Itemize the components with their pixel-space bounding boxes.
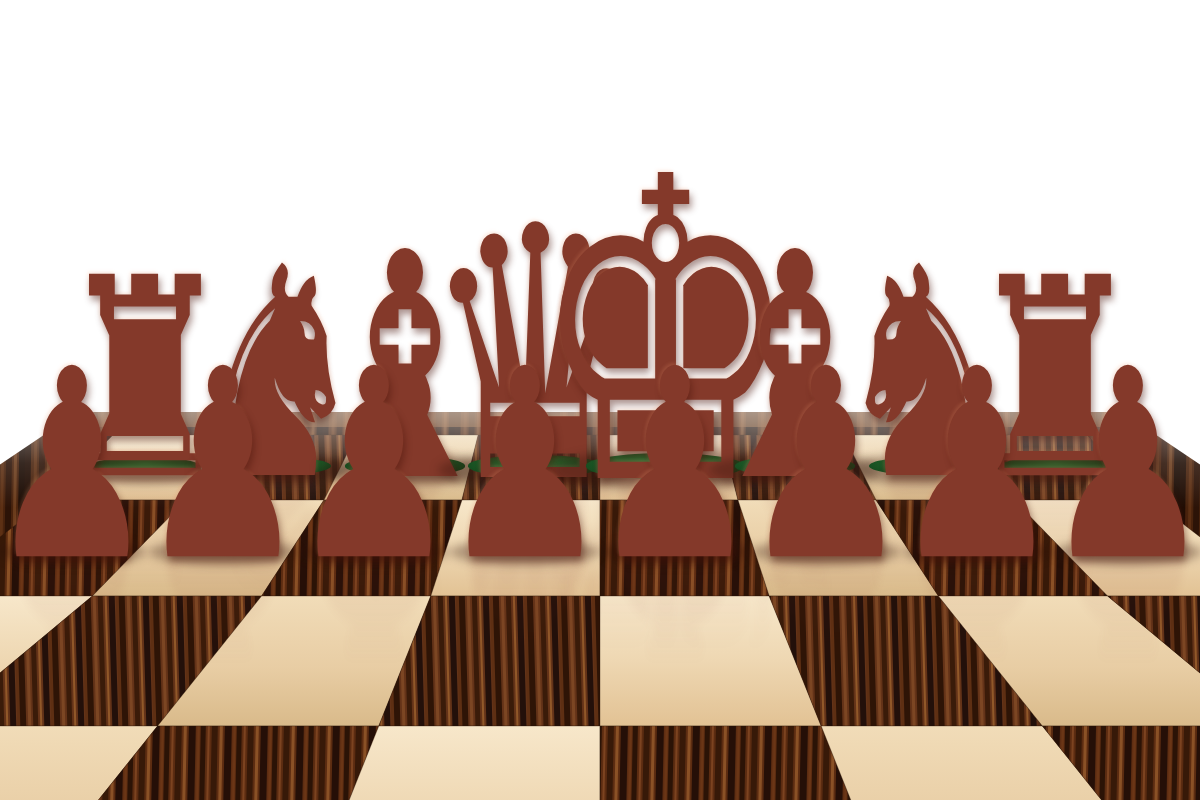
piece-pawn-h7[interactable]: ♟ <box>1033 335 1200 597</box>
product-photo-scene: ♜♜♞♞♝♝♛♛♚♚♝♝♞♞♜♜♟♟♟♟♟♟♟♟♟♟♟♟♟♟♟♟ <box>0 0 1200 800</box>
